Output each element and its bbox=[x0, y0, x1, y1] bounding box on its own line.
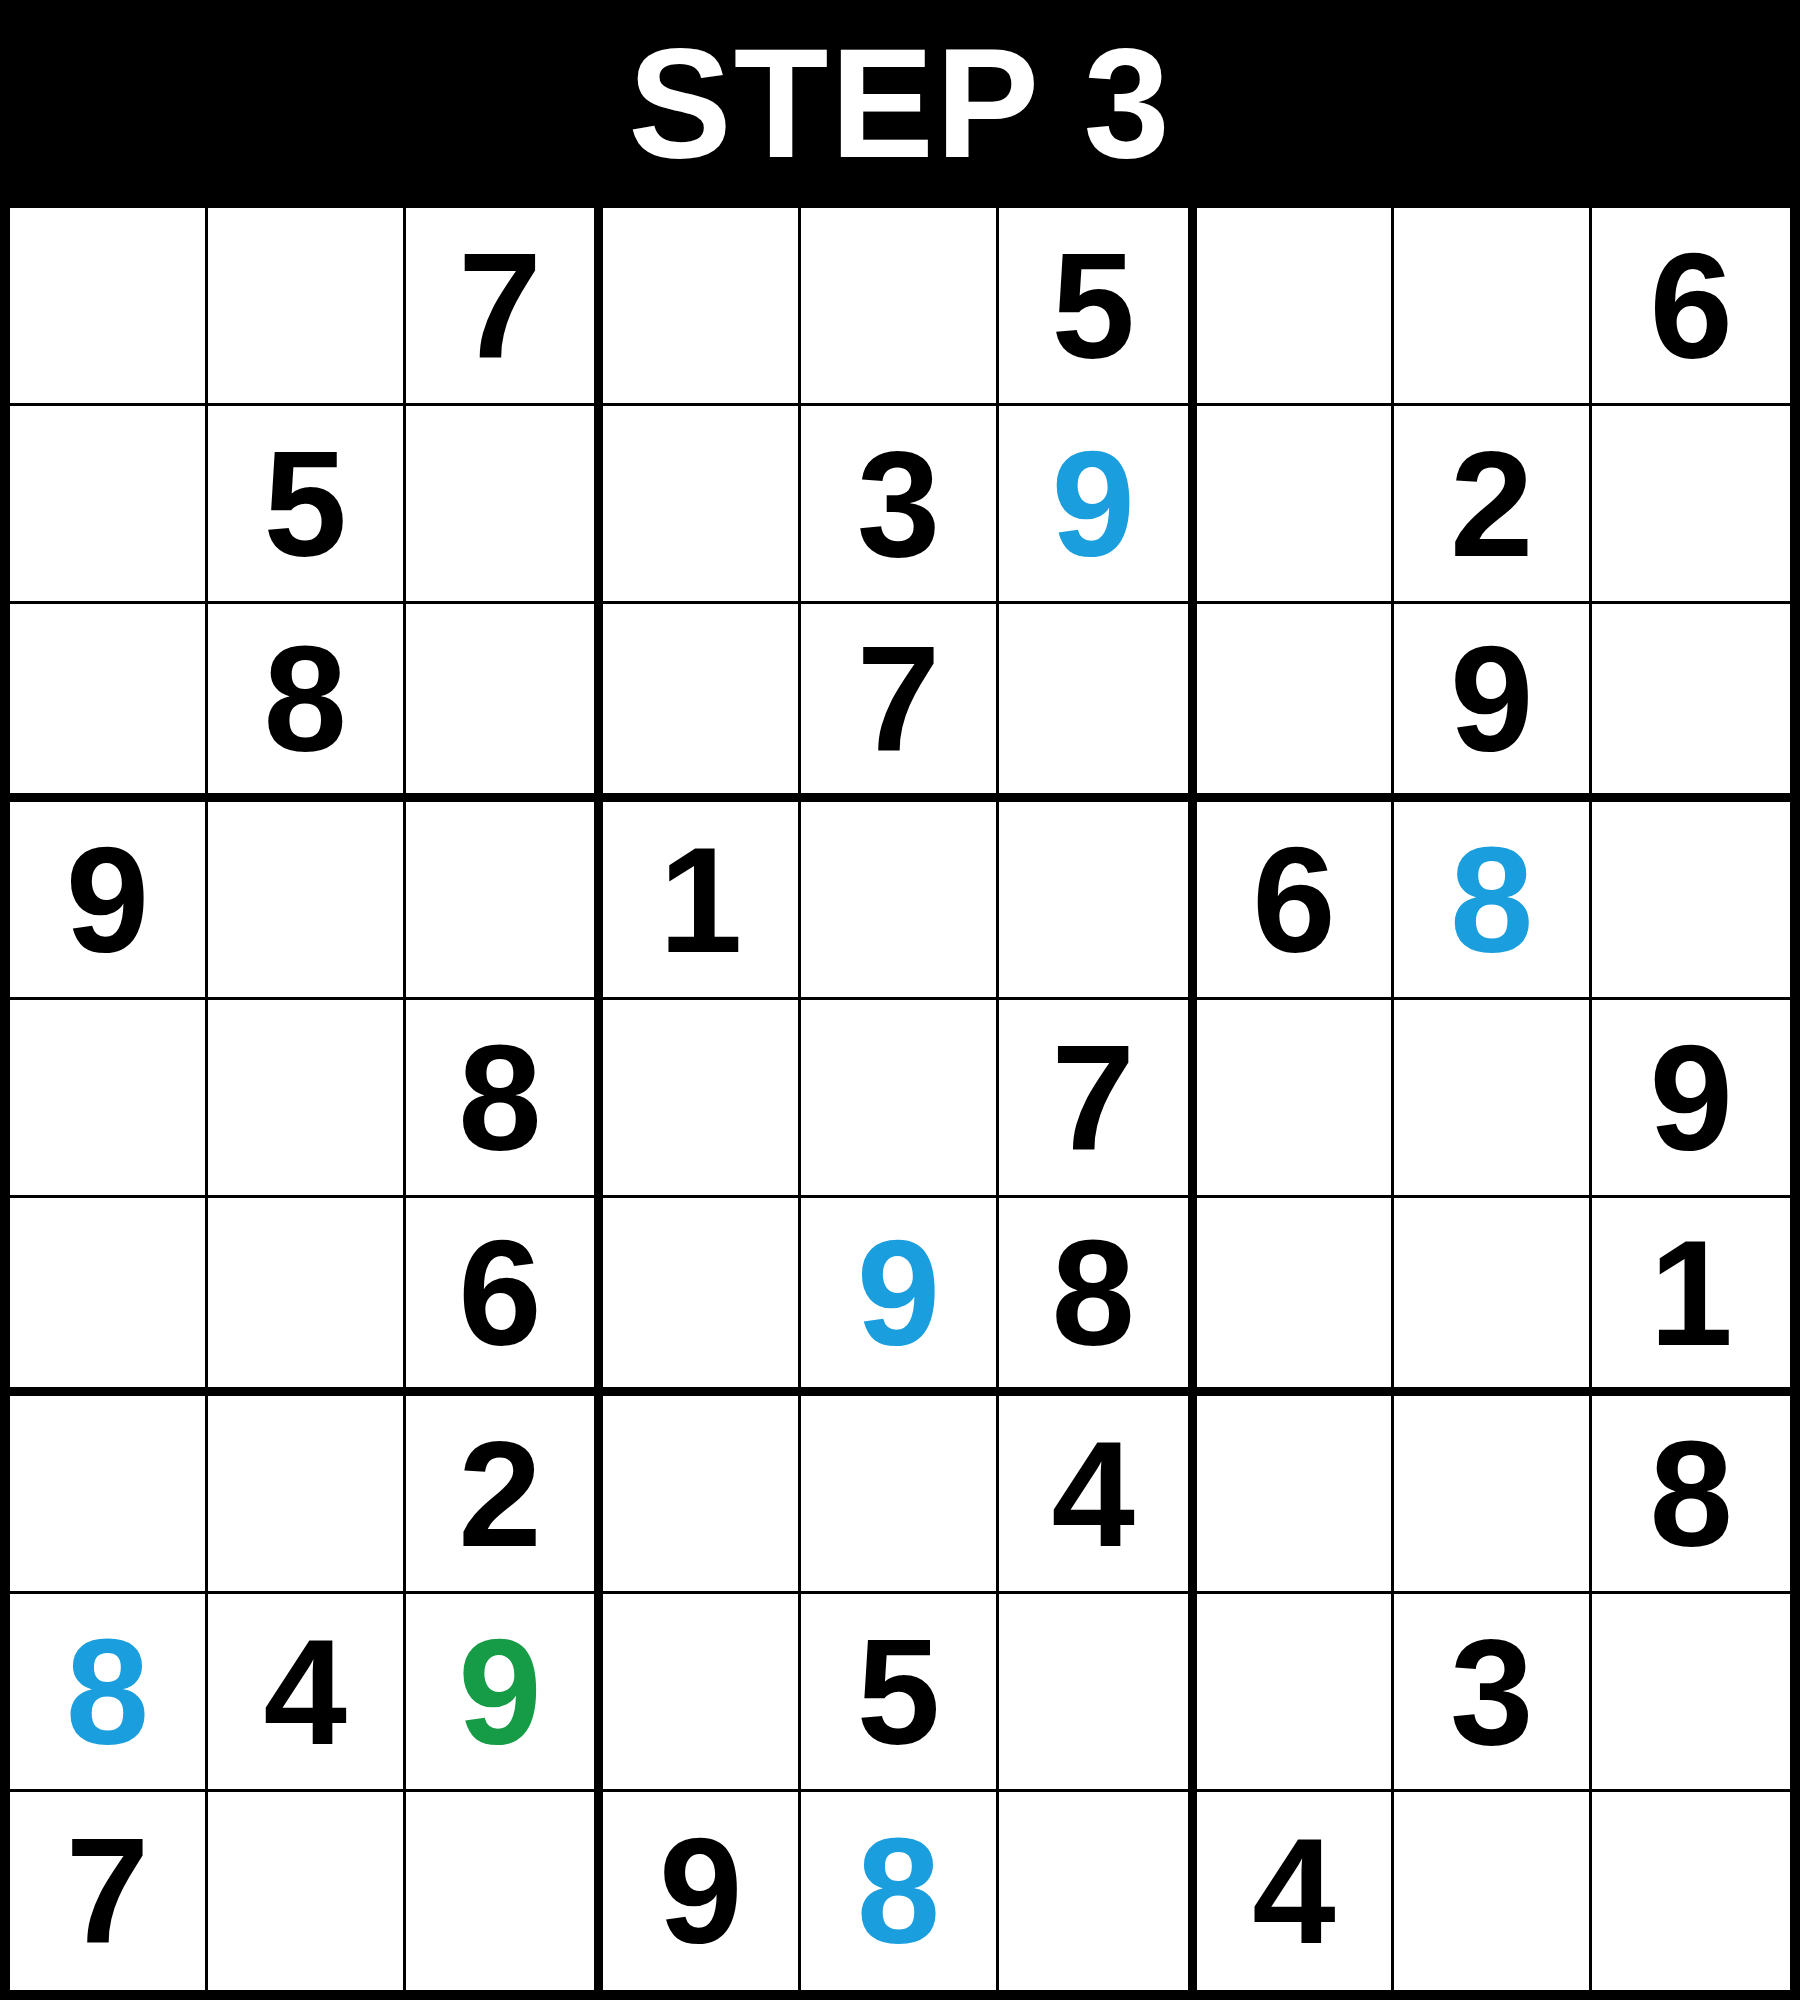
cell-r5c5[interactable] bbox=[801, 1000, 999, 1198]
cell-r7c7[interactable] bbox=[1197, 1396, 1395, 1594]
digit-r1c9: 6 bbox=[1649, 231, 1732, 381]
digit-r2c6: 9 bbox=[1052, 429, 1135, 579]
cell-r1c6[interactable]: 5 bbox=[999, 208, 1197, 406]
cell-r1c1[interactable] bbox=[10, 208, 208, 406]
digit-r8c5: 5 bbox=[857, 1617, 940, 1767]
digit-r3c5: 7 bbox=[857, 624, 940, 774]
cell-r6c3[interactable]: 6 bbox=[406, 1198, 604, 1396]
step-header: STEP 3 bbox=[0, 0, 1800, 198]
digit-r8c8: 3 bbox=[1450, 1617, 1533, 1767]
cell-r8c2[interactable]: 4 bbox=[208, 1594, 406, 1792]
digit-r8c2: 4 bbox=[263, 1617, 346, 1767]
digit-r9c7: 4 bbox=[1252, 1816, 1335, 1966]
cell-r2c2[interactable]: 5 bbox=[208, 406, 406, 604]
digit-r7c6: 4 bbox=[1052, 1419, 1135, 1569]
digit-r2c2: 5 bbox=[263, 429, 346, 579]
cell-r1c8[interactable] bbox=[1394, 208, 1592, 406]
cell-r3c5[interactable]: 7 bbox=[801, 604, 999, 802]
cell-r8c6[interactable] bbox=[999, 1594, 1197, 1792]
cell-r2c9[interactable] bbox=[1592, 406, 1790, 604]
cell-r8c7[interactable] bbox=[1197, 1594, 1395, 1792]
cell-r8c3[interactable]: 9 bbox=[406, 1594, 604, 1792]
digit-r6c3: 6 bbox=[458, 1218, 541, 1368]
cell-r9c1[interactable]: 7 bbox=[10, 1792, 208, 1990]
digit-r2c5: 3 bbox=[857, 429, 940, 579]
cell-r2c5[interactable]: 3 bbox=[801, 406, 999, 604]
cell-r8c5[interactable]: 5 bbox=[801, 1594, 999, 1792]
cell-r5c7[interactable] bbox=[1197, 1000, 1395, 1198]
cell-r6c4[interactable] bbox=[603, 1198, 801, 1396]
digit-r1c3: 7 bbox=[458, 231, 541, 381]
digit-r6c5: 9 bbox=[857, 1218, 940, 1368]
cell-r7c5[interactable] bbox=[801, 1396, 999, 1594]
cell-r2c1[interactable] bbox=[10, 406, 208, 604]
cell-r7c6[interactable]: 4 bbox=[999, 1396, 1197, 1594]
cell-r5c6[interactable]: 7 bbox=[999, 1000, 1197, 1198]
cell-r1c4[interactable] bbox=[603, 208, 801, 406]
digit-r7c3: 2 bbox=[458, 1419, 541, 1569]
cell-r4c1[interactable]: 9 bbox=[10, 802, 208, 1000]
cell-r9c5[interactable]: 8 bbox=[801, 1792, 999, 1990]
puzzle-title: STEP 3 bbox=[628, 18, 1171, 181]
cell-r4c8[interactable]: 8 bbox=[1394, 802, 1592, 1000]
digit-r2c8: 2 bbox=[1450, 429, 1533, 579]
cell-r6c1[interactable] bbox=[10, 1198, 208, 1396]
cell-r6c5[interactable]: 9 bbox=[801, 1198, 999, 1396]
digit-r4c1: 9 bbox=[66, 825, 149, 975]
digit-r4c7: 6 bbox=[1252, 825, 1335, 975]
digit-r9c4: 9 bbox=[659, 1816, 742, 1966]
cell-r9c3[interactable] bbox=[406, 1792, 604, 1990]
cell-r3c4[interactable] bbox=[603, 604, 801, 802]
cell-r4c2[interactable] bbox=[208, 802, 406, 1000]
digit-r6c9: 1 bbox=[1649, 1218, 1732, 1368]
cell-r3c2[interactable]: 8 bbox=[208, 604, 406, 802]
cell-r1c7[interactable] bbox=[1197, 208, 1395, 406]
cell-r5c9[interactable]: 9 bbox=[1592, 1000, 1790, 1198]
cell-r5c1[interactable] bbox=[10, 1000, 208, 1198]
digit-r7c9: 8 bbox=[1649, 1419, 1732, 1569]
cell-r4c7[interactable]: 6 bbox=[1197, 802, 1395, 1000]
cell-r6c9[interactable]: 1 bbox=[1592, 1198, 1790, 1396]
digit-r8c1: 8 bbox=[66, 1617, 149, 1767]
cell-r5c2[interactable] bbox=[208, 1000, 406, 1198]
digit-r3c8: 9 bbox=[1450, 624, 1533, 774]
cell-r6c6[interactable]: 8 bbox=[999, 1198, 1197, 1396]
cell-r3c1[interactable] bbox=[10, 604, 208, 802]
cell-r9c9[interactable] bbox=[1592, 1792, 1790, 1990]
cell-r6c8[interactable] bbox=[1394, 1198, 1592, 1396]
cell-r5c8[interactable] bbox=[1394, 1000, 1592, 1198]
cell-r2c6[interactable]: 9 bbox=[999, 406, 1197, 604]
digit-r9c5: 8 bbox=[857, 1816, 940, 1966]
cell-r8c1[interactable]: 8 bbox=[10, 1594, 208, 1792]
cell-r3c8[interactable]: 9 bbox=[1394, 604, 1592, 802]
cell-r2c8[interactable]: 2 bbox=[1394, 406, 1592, 604]
cell-r2c4[interactable] bbox=[603, 406, 801, 604]
digit-r1c6: 5 bbox=[1052, 231, 1135, 381]
digit-r4c8: 8 bbox=[1450, 825, 1533, 975]
digit-r8c3: 9 bbox=[458, 1617, 541, 1767]
cell-r3c6[interactable] bbox=[999, 604, 1197, 802]
digit-r5c9: 9 bbox=[1649, 1023, 1732, 1173]
cell-r2c3[interactable] bbox=[406, 406, 604, 604]
cell-r7c2[interactable] bbox=[208, 1396, 406, 1594]
digit-r9c1: 7 bbox=[66, 1816, 149, 1966]
cell-r1c3[interactable]: 7 bbox=[406, 208, 604, 406]
cell-r5c3[interactable]: 8 bbox=[406, 1000, 604, 1198]
digit-r5c6: 7 bbox=[1052, 1023, 1135, 1173]
digit-r4c4: 1 bbox=[659, 825, 742, 975]
cell-r6c2[interactable] bbox=[208, 1198, 406, 1396]
cell-r8c4[interactable] bbox=[603, 1594, 801, 1792]
cell-r8c8[interactable]: 3 bbox=[1394, 1594, 1592, 1792]
cell-r1c2[interactable] bbox=[208, 208, 406, 406]
cell-r9c7[interactable]: 4 bbox=[1197, 1792, 1395, 1990]
digit-r3c2: 8 bbox=[263, 624, 346, 774]
digit-r6c6: 8 bbox=[1052, 1218, 1135, 1368]
cell-r3c3[interactable] bbox=[406, 604, 604, 802]
cell-r7c4[interactable] bbox=[603, 1396, 801, 1594]
cell-r3c9[interactable] bbox=[1592, 604, 1790, 802]
cell-r7c9[interactable]: 8 bbox=[1592, 1396, 1790, 1594]
cell-r5c4[interactable] bbox=[603, 1000, 801, 1198]
cell-r4c6[interactable] bbox=[999, 802, 1197, 1000]
cell-r8c9[interactable] bbox=[1592, 1594, 1790, 1792]
cell-r2c7[interactable] bbox=[1197, 406, 1395, 604]
cell-r3c7[interactable] bbox=[1197, 604, 1395, 802]
cell-r9c6[interactable] bbox=[999, 1792, 1197, 1990]
cell-r4c4[interactable]: 1 bbox=[603, 802, 801, 1000]
cell-r9c2[interactable] bbox=[208, 1792, 406, 1990]
cell-r1c5[interactable] bbox=[801, 208, 999, 406]
cell-r4c5[interactable] bbox=[801, 802, 999, 1000]
cell-r9c8[interactable] bbox=[1394, 1792, 1592, 1990]
cell-r4c9[interactable] bbox=[1592, 802, 1790, 1000]
cell-r9c4[interactable]: 9 bbox=[603, 1792, 801, 1990]
cell-r7c3[interactable]: 2 bbox=[406, 1396, 604, 1594]
digit-r5c3: 8 bbox=[458, 1023, 541, 1173]
cell-r1c9[interactable]: 6 bbox=[1592, 208, 1790, 406]
cell-r4c3[interactable] bbox=[406, 802, 604, 1000]
cell-r7c1[interactable] bbox=[10, 1396, 208, 1594]
sudoku-board: 756539287991688796981248849537984 bbox=[0, 198, 1800, 2000]
cell-r6c7[interactable] bbox=[1197, 1198, 1395, 1396]
cell-r7c8[interactable] bbox=[1394, 1396, 1592, 1594]
